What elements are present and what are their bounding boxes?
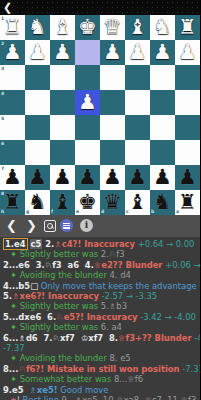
move-token-eval: +0.64 → 0.00 [135, 239, 194, 249]
move-token-alt[interactable]: 8. e5 [107, 353, 131, 363]
search-board-icon[interactable] [44, 220, 56, 232]
square-a8[interactable]: a♜ [175, 190, 200, 215]
move-token-alt[interactable]: 6. a4 [98, 322, 122, 332]
black-pawn-piece: ♟ [75, 165, 100, 190]
square-h7[interactable]: 7♟ [0, 165, 25, 190]
menu-bar [63, 225, 70, 226]
analysis-line[interactable]: 5.♗xe6?! Inaccuracy -2.57 → -3.35 [0, 291, 200, 301]
black-rook-piece: ♜ [0, 190, 25, 215]
white-bishop-piece: ♝ [125, 15, 150, 40]
move-token-bad: ♗c4?! Inaccuracy [54, 239, 135, 249]
black-knight-piece: ♞ [150, 190, 175, 215]
analysis-line[interactable]: 5...dxe6 6.♘e5?! Inaccuracy -3.42 → -4.0… [0, 312, 200, 322]
square-d4[interactable] [100, 90, 125, 115]
move-token-green: ✦ Somewhat better was [10, 374, 111, 384]
move-token-mv[interactable]: 5...dxe6 6. [3, 312, 56, 322]
square-f8[interactable]: f♝ [50, 190, 75, 215]
white-pawn-piece: ♟ [25, 40, 50, 65]
white-rook-piece: ♜ [175, 15, 200, 40]
square-c6[interactable] [125, 140, 150, 165]
black-pawn-piece: ♟ [0, 165, 25, 190]
square-e2[interactable] [75, 40, 100, 65]
analysis-line[interactable]: ✦ Slightly better was 5.♗b3 [0, 301, 200, 311]
square-c4[interactable] [125, 90, 150, 115]
analysis-line[interactable]: ✦ Somewhat better was 8...♕f6 [0, 374, 200, 384]
analysis-panel: 1.e4c5 2.♗c4?! Inaccuracy +0.64 → 0.00✦ … [0, 237, 200, 400]
info-icon[interactable]: i [80, 219, 93, 232]
next-move-button[interactable]: ❯ [26, 215, 37, 237]
move-token-blue: Good move [58, 385, 109, 395]
analysis-line[interactable]: ✦ Avoiding the blunder 8. e5 [0, 353, 200, 363]
move-token-bad: ♘f6?! Mistake in still won position [18, 364, 179, 374]
square-f7[interactable]: ♟ [50, 165, 75, 190]
move-token-mv[interactable]: 5. [3, 291, 12, 301]
move-token-alt[interactable]: 5.♗b3 [98, 301, 127, 311]
square-b7[interactable]: ♟ [150, 165, 175, 190]
move-token-green: ✦ Slightly better was [10, 249, 98, 259]
menu-circle-icon[interactable] [60, 219, 73, 232]
square-g6[interactable] [25, 140, 50, 165]
move-token-alt[interactable]: 4. d4 [107, 270, 131, 280]
analysis-toolbar: ❮ ❯ i [0, 215, 200, 237]
move-token-current[interactable]: 1.e4 [3, 238, 28, 250]
square-g5[interactable] [25, 115, 50, 140]
move-token-mv[interactable]: 2. [42, 239, 54, 249]
move-token-goodmv[interactable]: ♗xe5! [29, 385, 57, 395]
black-pawn-piece: ♟ [150, 165, 175, 190]
square-d6[interactable] [100, 140, 125, 165]
analysis-line[interactable]: 4...b5□ Only move that keeps the advanta… [0, 281, 200, 291]
move-token-eval: -7.37 → -5.59 [180, 364, 200, 374]
square-a3[interactable] [175, 65, 200, 90]
move-token-eval: -2.57 → -3.35 [99, 291, 157, 301]
move-token-alt[interactable]: 9...♗xe5 10.♕xa8 ♕c7 11.♕f3 [59, 395, 196, 400]
square-a5[interactable] [175, 115, 200, 140]
white-pawn-piece: ♟ [0, 40, 25, 65]
move-token-green: ✦ Slightly better was [10, 301, 98, 311]
move-token-pink: ∗ [10, 395, 17, 400]
square-g8[interactable]: g♞ [25, 190, 50, 215]
black-pawn-piece: ♟ [125, 165, 150, 190]
move-token-bad: ♗xe6?! Inaccuracy [12, 291, 99, 301]
square-f5[interactable] [50, 115, 75, 140]
move-token-eval: -7.37 [3, 343, 25, 353]
square-c1[interactable]: ♝ [125, 15, 150, 40]
square-e7[interactable]: ♟ [75, 165, 100, 190]
white-bishop-piece: ♝ [50, 15, 75, 40]
move-token-eval: +0.06 → -2.42 [163, 260, 201, 270]
black-pawn-piece: ♟ [100, 165, 125, 190]
square-a6[interactable] [175, 140, 200, 165]
analysis-line[interactable]: ✦ Avoiding the blunder 4. d4 [0, 270, 200, 280]
analysis-line[interactable]: ∗| Best line 9...♗xe5 10.♕xa8 ♕c7 11.♕f3 [0, 395, 200, 400]
previous-move-button[interactable]: ❮ [6, 215, 17, 237]
analysis-line[interactable]: 6...♗d6 7.♘xf7 ♔xf7 8.♕f3+?? Blunder -4.… [0, 333, 200, 343]
analysis-line[interactable]: 1.e4c5 2.♗c4?! Inaccuracy +0.64 → 0.00 [0, 239, 200, 249]
square-b4[interactable] [150, 90, 175, 115]
square-d8[interactable]: d♛ [100, 190, 125, 215]
square-d7[interactable]: ♟ [100, 165, 125, 190]
white-pawn-piece: ♟ [100, 40, 125, 65]
square-h3[interactable]: 3 [0, 65, 25, 90]
move-token-eval: -4.13 → [192, 333, 200, 343]
square-g1[interactable]: ♞ [25, 15, 50, 40]
back-icon[interactable]: ❮ [3, 0, 12, 15]
analysis-line[interactable]: ✦ Slightly better was 2.♘f3 [0, 249, 200, 259]
rank-label: 5 [1, 116, 4, 121]
black-queen-piece: ♛ [100, 190, 125, 215]
square-a7[interactable]: ♟ [175, 165, 200, 190]
white-king-piece: ♚ [75, 15, 100, 40]
square-f6[interactable] [50, 140, 75, 165]
square-h4[interactable]: 4 [0, 90, 25, 115]
square-d3[interactable] [100, 65, 125, 90]
app-screen: ❮ 1♜♞♝♚♛♝♞♜2♟♟♟♟♟♟♟34♟567♟♟♟♟♟♟♟♟8h♜g♞f♝… [0, 0, 200, 400]
white-pawn-piece: ♟ [75, 90, 100, 115]
black-bishop-piece: ♝ [50, 190, 75, 215]
white-pawn-piece: ♟ [175, 40, 200, 65]
square-g7[interactable]: ♟ [25, 165, 50, 190]
move-token-bad: ♕f3+?? Blunder [118, 333, 192, 343]
move-token-mv[interactable]: 4...b5□ [3, 281, 38, 291]
square-a2[interactable]: ♟ [175, 40, 200, 65]
top-header-bar: ❮ [0, 0, 200, 15]
black-king-piece: ♚ [75, 190, 100, 215]
square-c3[interactable] [125, 65, 150, 90]
white-pawn-piece: ♟ [50, 40, 75, 65]
move-token-alt[interactable]: 8...♕f6 [111, 374, 143, 384]
square-e3[interactable] [75, 65, 100, 90]
square-b1[interactable]: ♞ [150, 15, 175, 40]
move-token-mv[interactable]: 2...e6 3.♘f3 a6 4. [3, 260, 94, 270]
move-token-eval: -3.42 → -4.00 [138, 312, 196, 322]
square-b3[interactable] [150, 65, 175, 90]
square-h2[interactable]: 2♟ [0, 40, 25, 65]
square-a1[interactable]: ♜ [175, 15, 200, 40]
move-token-mv[interactable]: 8... [3, 364, 18, 374]
square-h5[interactable]: 5 [0, 115, 25, 140]
move-token-bad: ♘e5?! Inaccuracy [56, 312, 137, 322]
black-pawn-piece: ♟ [175, 165, 200, 190]
black-bishop-piece: ♝ [125, 190, 150, 215]
analysis-line[interactable]: 9.e5 ♗xe5! Good move [0, 385, 200, 395]
move-token-green: ✦ Avoiding the blunder [10, 270, 107, 280]
rank-label: 4 [1, 91, 4, 96]
square-e6[interactable] [75, 140, 100, 165]
menu-bar [63, 227, 70, 228]
black-rook-piece: ♜ [175, 190, 200, 215]
move-token-mv[interactable]: 6...♗d6 7.♘xf7 ♔xf7 8. [3, 333, 118, 343]
square-c5[interactable] [125, 115, 150, 140]
square-d2[interactable]: ♟ [100, 40, 125, 65]
analysis-line[interactable]: -7.37 [0, 343, 200, 353]
move-token-selected[interactable]: c5 [30, 239, 43, 249]
rank-label: 6 [1, 141, 4, 146]
square-c2[interactable]: ♟ [125, 40, 150, 65]
analysis-line[interactable]: ✦ Slightly better was 6. a4 [0, 322, 200, 332]
square-d1[interactable]: ♛ [100, 15, 125, 40]
square-b5[interactable] [150, 115, 175, 140]
square-g4[interactable] [25, 90, 50, 115]
square-h1[interactable]: 1♜ [0, 15, 25, 40]
move-token-mv[interactable]: 9.e5 [3, 385, 29, 395]
square-e8[interactable]: e♚ [75, 190, 100, 215]
square-b2[interactable]: ♟ [150, 40, 175, 65]
square-b6[interactable] [150, 140, 175, 165]
menu-bar [63, 223, 70, 224]
move-token-green: ✦ Slightly better was [10, 322, 98, 332]
move-token-blue: Only move that keeps the advantage [38, 281, 197, 291]
square-g2[interactable]: ♟ [25, 40, 50, 65]
rank-label: 3 [1, 66, 4, 71]
square-b8[interactable]: b♞ [150, 190, 175, 215]
white-pawn-piece: ♟ [150, 40, 175, 65]
white-pawn-piece: ♟ [125, 40, 150, 65]
black-pawn-piece: ♟ [50, 165, 75, 190]
magnifier-handle [51, 226, 54, 229]
white-knight-piece: ♞ [150, 15, 175, 40]
chess-board[interactable]: 1♜♞♝♚♛♝♞♜2♟♟♟♟♟♟♟34♟567♟♟♟♟♟♟♟♟8h♜g♞f♝e♚… [0, 15, 200, 215]
square-c7[interactable]: ♟ [125, 165, 150, 190]
square-f4[interactable] [50, 90, 75, 115]
square-g3[interactable] [25, 65, 50, 90]
square-c8[interactable]: c♝ [125, 190, 150, 215]
white-rook-piece: ♜ [0, 15, 25, 40]
black-knight-piece: ♞ [25, 190, 50, 215]
analysis-line[interactable]: 2...e6 3.♘f3 a6 4.♕e2?? Blunder +0.06 → … [0, 260, 200, 270]
move-token-blue: Best line [23, 395, 59, 400]
square-f2[interactable]: ♟ [50, 40, 75, 65]
move-token-green: ✦ Avoiding the blunder [10, 353, 107, 363]
white-queen-piece: ♛ [100, 15, 125, 40]
square-f3[interactable] [50, 65, 75, 90]
square-e1[interactable]: ♚ [75, 15, 100, 40]
square-h6[interactable]: 6 [0, 140, 25, 165]
square-h8[interactable]: 8h♜ [0, 190, 25, 215]
square-a4[interactable] [175, 90, 200, 115]
analysis-line[interactable]: 8...♘f6?! Mistake in still won position … [0, 364, 200, 374]
move-token-alt[interactable]: 2.♘f3 [98, 249, 124, 259]
move-token-bad: ♕e2?? Blunder [94, 260, 163, 270]
white-knight-piece: ♞ [25, 15, 50, 40]
square-f1[interactable]: ♝ [50, 15, 75, 40]
square-e4[interactable]: ♟ [75, 90, 100, 115]
square-e5[interactable] [75, 115, 100, 140]
square-d5[interactable] [100, 115, 125, 140]
black-pawn-piece: ♟ [25, 165, 50, 190]
